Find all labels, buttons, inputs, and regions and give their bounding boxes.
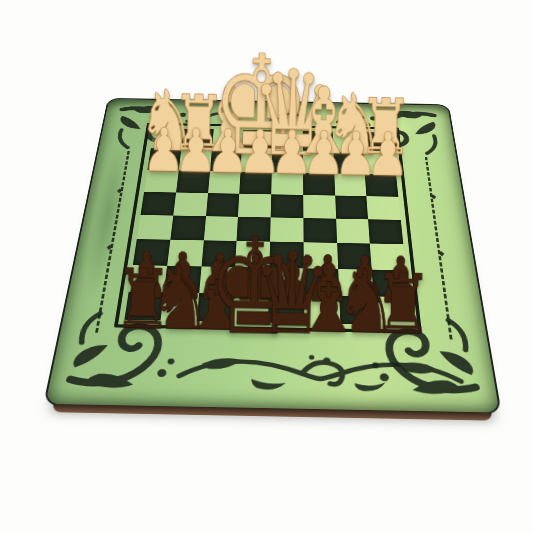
square: [232, 294, 269, 323]
square: [303, 151, 334, 173]
square: [304, 268, 339, 296]
square: [201, 241, 237, 267]
square: [144, 170, 178, 193]
camera-tilt: ♦ ♦ ♦ ♦ ♞♜♝♚♛♝♞♜♟♟♟♟♟♟♟♟♟♟♟♟♟♟♟♟♜♞♝♚♛♝♞♜: [0, 0, 533, 533]
square: [374, 296, 412, 325]
square: [242, 130, 273, 151]
square: [339, 296, 376, 325]
square: [133, 239, 170, 265]
square: [239, 171, 271, 194]
square: [333, 152, 365, 174]
square: [335, 195, 368, 219]
square: [370, 244, 406, 270]
square: [173, 192, 208, 216]
square: [235, 241, 270, 267]
square: [151, 128, 184, 149]
square: [196, 293, 234, 322]
square: [210, 150, 242, 172]
square: [176, 170, 210, 193]
square: [269, 267, 304, 295]
square: [338, 269, 374, 297]
square: [241, 150, 273, 172]
square: [269, 242, 303, 268]
square: [199, 266, 236, 294]
square: [303, 173, 335, 196]
square: [367, 196, 401, 220]
square: [170, 216, 205, 241]
square: [337, 243, 372, 269]
square: [271, 172, 303, 195]
square: [372, 269, 409, 297]
square: [272, 151, 303, 173]
square: [334, 173, 367, 196]
square: [206, 193, 240, 217]
square: [365, 174, 398, 197]
square: [208, 171, 241, 194]
square: [268, 294, 304, 323]
square: [167, 240, 203, 266]
square: [270, 217, 303, 242]
chessboard-photo: ♦ ♦ ♦ ♦ ♞♜♝♚♛♝♞♜♟♟♟♟♟♟♟♟♟♟♟♟♟♟♟♟♜♞♝♚♛♝♞♜: [0, 0, 533, 533]
square: [303, 242, 337, 268]
square: [124, 292, 163, 321]
square: [271, 194, 304, 218]
square: [212, 129, 244, 150]
diamond-ornament-icon: ♦: [429, 193, 438, 201]
square: [234, 267, 270, 295]
diamond-ornament-icon: ♦: [104, 243, 114, 252]
square: [237, 217, 271, 242]
square: [368, 219, 403, 244]
square: [129, 265, 167, 292]
square: [272, 130, 302, 151]
square: [303, 195, 336, 219]
square: [363, 153, 396, 175]
square: [160, 292, 198, 321]
diamond-ornament-icon: ♦: [115, 187, 125, 195]
square: [362, 132, 394, 153]
chess-board: ♦ ♦ ♦ ♦: [43, 98, 502, 415]
scroll-band-icon: [165, 348, 476, 398]
square: [303, 131, 334, 152]
square: [164, 265, 201, 293]
diamond-ornament-icon: ♦: [437, 250, 447, 259]
square: [304, 295, 340, 324]
square: [203, 216, 238, 241]
square: [303, 218, 337, 243]
square: [332, 132, 363, 153]
square: [141, 192, 176, 216]
checkerboard-frame: [114, 123, 422, 334]
square: [137, 215, 173, 240]
checkerboard: [124, 128, 411, 325]
square: [181, 129, 213, 150]
square: [238, 194, 271, 218]
square: [148, 148, 182, 170]
square: [336, 219, 370, 244]
square: [179, 149, 212, 171]
